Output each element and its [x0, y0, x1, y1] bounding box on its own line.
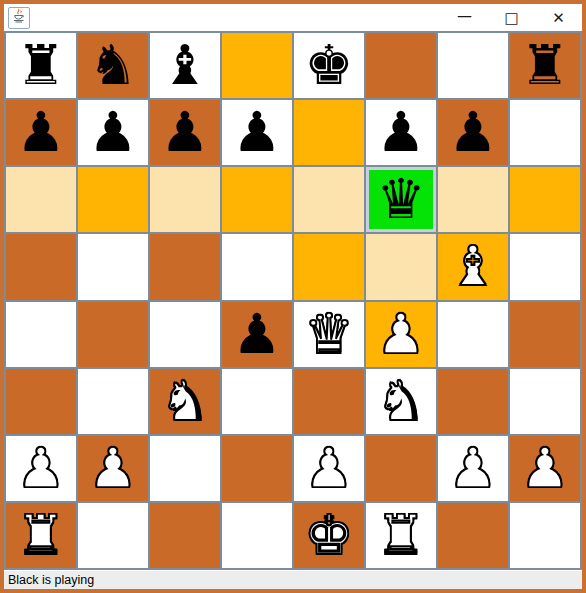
square-c1[interactable]: [150, 503, 220, 568]
square-a1[interactable]: ♜: [6, 503, 76, 568]
square-b3[interactable]: [78, 369, 148, 434]
square-b7[interactable]: ♟: [78, 100, 148, 165]
square-c6[interactable]: [150, 167, 220, 232]
square-b6[interactable]: [78, 167, 148, 232]
square-e6[interactable]: [294, 167, 364, 232]
square-e7[interactable]: [294, 100, 364, 165]
black-pawn: ♟: [232, 105, 281, 160]
square-b1[interactable]: [78, 503, 148, 568]
black-knight: ♞: [88, 38, 137, 93]
square-h3[interactable]: [510, 369, 580, 434]
chess-app-window: — □ ✕ ♜♞♝♚♜♟♟♟♟♟♟♛♝♟♛♟♞♞♟♟♟♟♟♜♚♜ Black i…: [0, 0, 586, 593]
square-f7[interactable]: ♟: [366, 100, 436, 165]
square-b5[interactable]: [78, 234, 148, 299]
square-a6[interactable]: [6, 167, 76, 232]
white-knight: ♞: [376, 374, 425, 429]
square-g2[interactable]: ♟: [438, 436, 508, 501]
white-pawn: ♟: [448, 441, 497, 496]
maximize-icon: □: [504, 9, 518, 27]
black-pawn: ♟: [160, 105, 209, 160]
square-e8[interactable]: ♚: [294, 33, 364, 98]
square-g3[interactable]: [438, 369, 508, 434]
square-f5[interactable]: [366, 234, 436, 299]
black-king: ♚: [304, 38, 353, 93]
maximize-button[interactable]: □: [488, 4, 535, 31]
square-d3[interactable]: [222, 369, 292, 434]
square-h7[interactable]: [510, 100, 580, 165]
square-b4[interactable]: [78, 302, 148, 367]
white-king: ♚: [304, 508, 353, 563]
square-g6[interactable]: [438, 167, 508, 232]
square-f4[interactable]: ♟: [366, 302, 436, 367]
white-queen: ♛: [304, 307, 353, 362]
square-f3[interactable]: ♞: [366, 369, 436, 434]
white-knight: ♞: [160, 374, 209, 429]
square-a3[interactable]: [6, 369, 76, 434]
square-c5[interactable]: [150, 234, 220, 299]
square-h8[interactable]: ♜: [510, 33, 580, 98]
square-h4[interactable]: [510, 302, 580, 367]
square-e1[interactable]: ♚: [294, 503, 364, 568]
square-d8[interactable]: [222, 33, 292, 98]
square-c8[interactable]: ♝: [150, 33, 220, 98]
system-menu-button[interactable]: [8, 7, 30, 29]
square-g8[interactable]: [438, 33, 508, 98]
square-a5[interactable]: [6, 234, 76, 299]
white-pawn: ♟: [376, 307, 425, 362]
java-coffee-cup-icon: [11, 8, 27, 28]
black-rook: ♜: [520, 38, 569, 93]
white-bishop: ♝: [448, 239, 497, 294]
square-d7[interactable]: ♟: [222, 100, 292, 165]
black-queen: ♛: [376, 172, 425, 227]
black-pawn: ♟: [16, 105, 65, 160]
square-e2[interactable]: ♟: [294, 436, 364, 501]
black-pawn: ♟: [448, 105, 497, 160]
square-a8[interactable]: ♜: [6, 33, 76, 98]
square-c7[interactable]: ♟: [150, 100, 220, 165]
square-d2[interactable]: [222, 436, 292, 501]
white-pawn: ♟: [304, 441, 353, 496]
close-button[interactable]: ✕: [535, 4, 582, 31]
close-icon: ✕: [552, 9, 565, 27]
square-a2[interactable]: ♟: [6, 436, 76, 501]
white-rook: ♜: [376, 508, 425, 563]
square-b8[interactable]: ♞: [78, 33, 148, 98]
white-pawn: ♟: [16, 441, 65, 496]
square-g7[interactable]: ♟: [438, 100, 508, 165]
square-d5[interactable]: [222, 234, 292, 299]
status-text: Black is playing: [8, 573, 94, 587]
white-rook: ♜: [16, 508, 65, 563]
square-g1[interactable]: [438, 503, 508, 568]
square-a4[interactable]: [6, 302, 76, 367]
black-pawn: ♟: [88, 105, 137, 160]
square-h1[interactable]: [510, 503, 580, 568]
minimize-button[interactable]: —: [441, 4, 488, 31]
square-d1[interactable]: [222, 503, 292, 568]
square-g5[interactable]: ♝: [438, 234, 508, 299]
black-pawn: ♟: [376, 105, 425, 160]
square-d4[interactable]: ♟: [222, 302, 292, 367]
square-f1[interactable]: ♜: [366, 503, 436, 568]
square-f6[interactable]: ♛: [366, 167, 436, 232]
square-c2[interactable]: [150, 436, 220, 501]
status-bar: Black is playing: [4, 570, 582, 589]
square-c3[interactable]: ♞: [150, 369, 220, 434]
black-bishop: ♝: [160, 38, 209, 93]
square-f8[interactable]: [366, 33, 436, 98]
white-pawn: ♟: [88, 441, 137, 496]
square-h2[interactable]: ♟: [510, 436, 580, 501]
square-b2[interactable]: ♟: [78, 436, 148, 501]
black-pawn: ♟: [232, 307, 281, 362]
black-rook: ♜: [16, 38, 65, 93]
square-e4[interactable]: ♛: [294, 302, 364, 367]
square-e3[interactable]: [294, 369, 364, 434]
square-e5[interactable]: [294, 234, 364, 299]
square-h5[interactable]: [510, 234, 580, 299]
white-pawn: ♟: [520, 441, 569, 496]
square-a7[interactable]: ♟: [6, 100, 76, 165]
titlebar[interactable]: — □ ✕: [4, 4, 582, 31]
square-c4[interactable]: [150, 302, 220, 367]
square-h6[interactable]: [510, 167, 580, 232]
chess-board: ♜♞♝♚♜♟♟♟♟♟♟♛♝♟♛♟♞♞♟♟♟♟♟♜♚♜: [4, 31, 582, 570]
minimize-icon: —: [457, 7, 472, 25]
square-f2[interactable]: [366, 436, 436, 501]
square-g4[interactable]: [438, 302, 508, 367]
square-d6[interactable]: [222, 167, 292, 232]
